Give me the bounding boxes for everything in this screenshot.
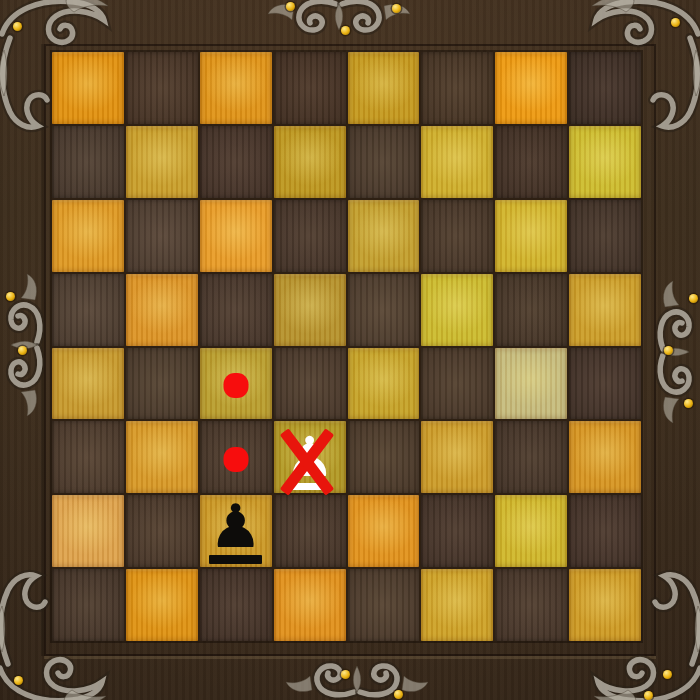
board-square[interactable] [126, 348, 198, 420]
board-square[interactable] [495, 274, 567, 346]
board-square[interactable] [495, 495, 567, 567]
board-square[interactable] [495, 348, 567, 420]
board-square[interactable] [274, 348, 346, 420]
board-square[interactable] [421, 569, 493, 641]
black-pawn[interactable]: ♟ [200, 495, 272, 567]
board-square[interactable] [200, 126, 272, 198]
board-square[interactable] [52, 52, 124, 124]
capture-x-icon[interactable] [282, 431, 332, 493]
board-square[interactable] [200, 200, 272, 272]
board: ♟♟ [52, 52, 641, 641]
piece-base-bar [209, 555, 262, 564]
board-square[interactable] [348, 569, 420, 641]
board-square[interactable] [569, 569, 641, 641]
board-square[interactable] [348, 52, 420, 124]
board-square[interactable] [348, 421, 420, 493]
board-square[interactable] [52, 495, 124, 567]
board-square[interactable] [126, 421, 198, 493]
board-square[interactable] [495, 126, 567, 198]
board-square[interactable] [200, 274, 272, 346]
legal-move-dot[interactable] [223, 447, 248, 472]
board-square[interactable] [200, 52, 272, 124]
board-square[interactable] [569, 421, 641, 493]
board-square[interactable] [274, 274, 346, 346]
board-square[interactable]: ♟ [200, 495, 272, 567]
board-square[interactable] [421, 495, 493, 567]
board-square[interactable] [200, 569, 272, 641]
board-square[interactable] [274, 495, 346, 567]
board-square[interactable] [52, 274, 124, 346]
board-square[interactable] [495, 421, 567, 493]
board-square[interactable] [126, 569, 198, 641]
board-square[interactable] [569, 200, 641, 272]
board-square[interactable] [200, 348, 272, 420]
board-square[interactable] [52, 200, 124, 272]
board-square[interactable] [348, 495, 420, 567]
board-square[interactable] [52, 126, 124, 198]
board-square[interactable] [52, 421, 124, 493]
board-square[interactable] [348, 200, 420, 272]
board-square[interactable] [126, 274, 198, 346]
board-square[interactable] [274, 569, 346, 641]
board-square[interactable] [126, 52, 198, 124]
board-square[interactable] [421, 126, 493, 198]
board-square[interactable] [421, 274, 493, 346]
board-square[interactable] [569, 274, 641, 346]
board-square[interactable] [348, 274, 420, 346]
board-square[interactable] [495, 200, 567, 272]
board-square[interactable] [274, 52, 346, 124]
board-square[interactable] [569, 348, 641, 420]
board-square[interactable] [52, 569, 124, 641]
board-square[interactable] [126, 495, 198, 567]
board-square[interactable] [348, 126, 420, 198]
board-square[interactable] [569, 495, 641, 567]
board-square[interactable] [421, 348, 493, 420]
board-square[interactable] [52, 348, 124, 420]
board-square[interactable] [495, 569, 567, 641]
board-square[interactable] [421, 200, 493, 272]
board-square[interactable] [126, 126, 198, 198]
board-square[interactable] [421, 52, 493, 124]
legal-move-dot[interactable] [223, 373, 248, 398]
board-square[interactable] [421, 421, 493, 493]
board-square[interactable] [274, 200, 346, 272]
board-square[interactable] [200, 421, 272, 493]
board-square[interactable] [569, 52, 641, 124]
board-square[interactable] [348, 348, 420, 420]
board-square[interactable] [495, 52, 567, 124]
board-square[interactable] [569, 126, 641, 198]
piece-glyph: ♟ [209, 500, 263, 553]
board-square[interactable]: ♟ [274, 421, 346, 493]
board-square[interactable] [126, 200, 198, 272]
board-square[interactable] [274, 126, 346, 198]
